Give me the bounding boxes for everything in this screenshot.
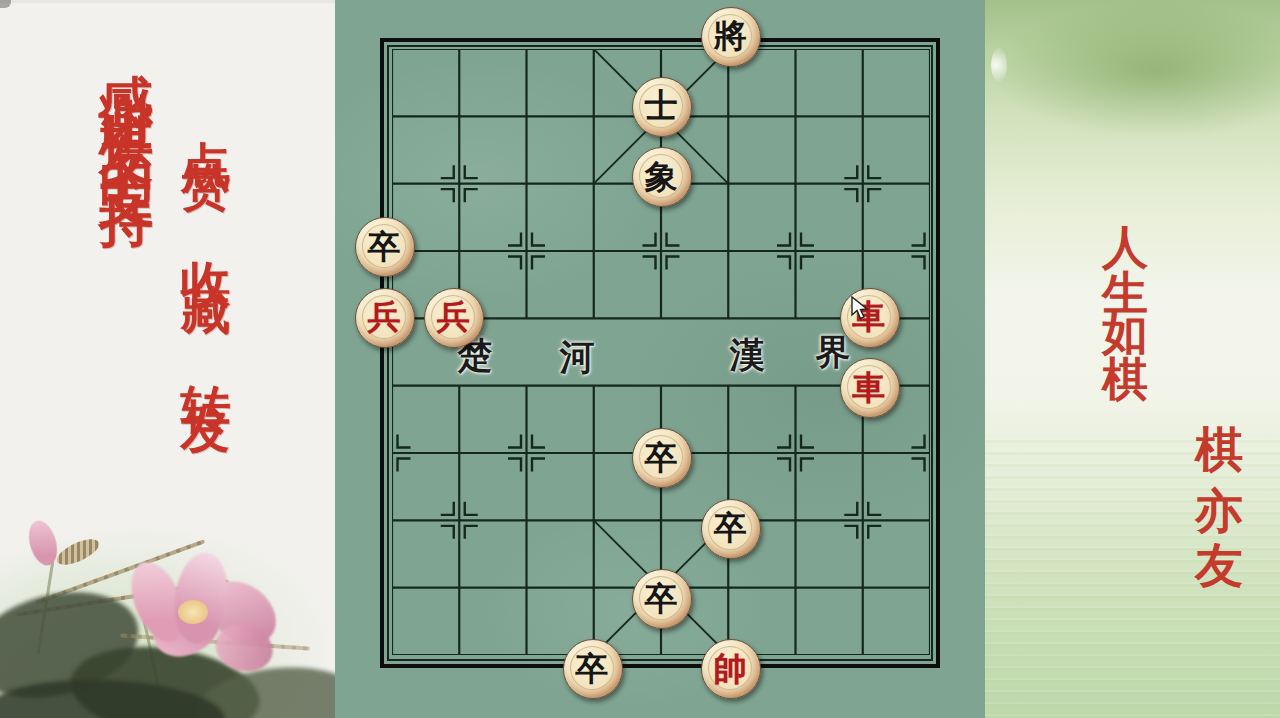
piece-glyph: 卒 (639, 576, 683, 620)
piece-face: 象 (639, 154, 683, 198)
piece-glyph: 將 (708, 14, 752, 58)
right-panel-highlight (991, 48, 1007, 82)
right-panel-green-blob (985, 0, 1280, 190)
piece-face: 將 (708, 14, 752, 58)
piece-face: 士 (639, 84, 683, 128)
piece-face: 卒 (570, 646, 614, 690)
piece-glyph: 兵 (362, 295, 406, 339)
piece-black-soldier[interactable]: 卒 (632, 569, 692, 629)
river-char-he: 河 (560, 334, 595, 381)
piece-glyph: 兵 (431, 295, 475, 339)
lotus-flower-center (178, 600, 208, 624)
piece-glyph: 卒 (708, 506, 752, 550)
piece-glyph: 卒 (570, 646, 614, 690)
piece-face: 兵 (431, 295, 475, 339)
piece-black-advisor[interactable]: 士 (632, 77, 692, 137)
piece-black-soldier[interactable]: 卒 (563, 639, 623, 699)
piece-face: 兵 (362, 295, 406, 339)
piece-glyph: 卒 (639, 435, 683, 479)
piece-black-soldier[interactable]: 卒 (701, 499, 761, 559)
piece-red-soldier[interactable]: 兵 (424, 288, 484, 348)
piece-black-elephant[interactable]: 象 (632, 147, 692, 207)
screenshot-stage: 感谢棋友的支持 点赞 收藏 转发 楚 河 漢 界 將士象卒兵兵車車卒卒卒卒帥 (0, 0, 1280, 718)
right-caption-life-like-chess: 人生如棋 (1095, 189, 1157, 361)
piece-face: 卒 (639, 435, 683, 479)
piece-face: 帥 (708, 646, 752, 690)
left-caption-thanks: 感谢棋友的支持 (90, 30, 163, 170)
xiangqi-board-panel[interactable]: 楚 河 漢 界 將士象卒兵兵車車卒卒卒卒帥 (335, 0, 985, 718)
piece-glyph: 士 (639, 84, 683, 128)
piece-glyph: 象 (639, 154, 683, 198)
piece-red-general[interactable]: 帥 (701, 639, 761, 699)
piece-face: 卒 (639, 576, 683, 620)
corner-artifact (0, 0, 11, 8)
mouse-cursor (851, 296, 873, 322)
piece-black-general[interactable]: 將 (701, 7, 761, 67)
left-caption-like-save-share: 点赞 收藏 转发 (173, 100, 240, 388)
piece-face: 卒 (708, 506, 752, 550)
piece-face: 卒 (362, 224, 406, 268)
piece-red-soldier[interactable]: 兵 (355, 288, 415, 348)
piece-glyph: 帥 (708, 646, 752, 690)
left-caption-panel: 感谢棋友的支持 点赞 收藏 转发 (0, 0, 335, 718)
right-caption-panel: 人生如棋 棋亦友 (985, 0, 1280, 718)
piece-face: 車 (847, 365, 891, 409)
piece-glyph: 卒 (362, 224, 406, 268)
piece-red-chariot[interactable]: 車 (840, 358, 900, 418)
right-caption-chess-friends: 棋亦友 (1187, 386, 1251, 563)
piece-glyph: 車 (847, 365, 891, 409)
river-char-han: 漢 (730, 332, 765, 379)
